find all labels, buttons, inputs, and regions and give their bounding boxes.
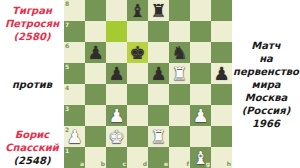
square-c8[interactable] [106,0,127,21]
left-panel: Тигран Петросян (2580) против Борис Спас… [0,0,64,168]
screenshot-stage: Тигран Петросян (2580) против Борис Спас… [0,0,300,168]
square-b7[interactable] [85,21,106,42]
square-h2[interactable] [211,126,232,147]
square-a3[interactable]: 3 [64,105,85,126]
square-d3[interactable] [127,105,148,126]
square-d2[interactable] [127,126,148,147]
black-knight-f6[interactable]: ♞ [171,42,187,63]
square-g8[interactable] [190,0,211,21]
square-h1[interactable]: h [211,147,232,168]
square-b1[interactable]: b [85,147,106,168]
black-king-d6[interactable]: ♚ [129,42,145,63]
white-king-c2[interactable]: ♚ [108,126,124,147]
chess-board[interactable]: 8♝♜76♟♚♞5♟♟♜♟43♟♟2♟♚♜1abcdefg♝h [64,0,232,168]
square-a1[interactable]: 1a [64,147,85,168]
event-line-1: Матч [232,39,300,52]
square-b6[interactable]: ♟ [85,42,106,63]
square-h8[interactable] [211,0,232,21]
rank-label-5: 5 [65,64,69,70]
white-rook-e2[interactable]: ♜ [150,126,166,147]
square-e8[interactable]: ♜ [148,0,169,21]
top-player-name: Тигран Петросян (2580) [0,4,64,43]
file-label-b: b [101,161,105,167]
rank-label-1: 1 [65,148,69,154]
square-d1[interactable]: d [127,147,148,168]
event-line-5: Москва [232,91,300,104]
right-panel: Матч на первенство мира Москва (Россия) … [232,0,300,168]
square-g6[interactable] [190,42,211,63]
rank-label-3: 3 [65,106,69,112]
event-line-3: первенство [232,65,300,78]
file-label-g: g [206,161,210,167]
square-e6[interactable] [148,42,169,63]
square-d8[interactable]: ♝ [127,0,148,21]
bottom-player-rating: (2548) [0,154,64,167]
square-c1[interactable]: c [106,147,127,168]
square-e5[interactable]: ♟ [148,63,169,84]
square-c2[interactable]: ♚ [106,126,127,147]
square-a5[interactable]: 5 [64,63,85,84]
square-h7[interactable] [211,21,232,42]
square-d7[interactable] [127,21,148,42]
square-h6[interactable] [211,42,232,63]
square-c4[interactable] [106,84,127,105]
event-description: Матч на первенство мира Москва (Россия) … [232,39,300,130]
square-f4[interactable] [169,84,190,105]
square-f6[interactable]: ♞ [169,42,190,63]
bottom-player-name-line1: Борис [0,128,64,141]
white-pawn-g3[interactable]: ♟ [192,105,208,126]
square-a7[interactable]: 7 [64,21,85,42]
black-pawn-e5[interactable]: ♟ [150,63,166,84]
square-g7[interactable] [190,21,211,42]
square-f8[interactable] [169,0,190,21]
square-e4[interactable] [148,84,169,105]
square-a8[interactable]: 8 [64,0,85,21]
file-label-a: a [80,161,84,167]
square-a6[interactable]: 6 [64,42,85,63]
square-g4[interactable] [190,84,211,105]
rank-label-7: 7 [65,22,69,28]
square-d6[interactable]: ♚ [127,42,148,63]
square-f3[interactable] [169,105,190,126]
square-c7[interactable] [106,21,127,42]
square-d5[interactable] [127,63,148,84]
black-bishop-d8[interactable]: ♝ [129,0,145,21]
square-h5[interactable]: ♟ [211,63,232,84]
square-d4[interactable] [127,84,148,105]
rank-label-4: 4 [65,85,69,91]
file-label-h: h [227,161,231,167]
event-line-4: мира [232,78,300,91]
square-h3[interactable] [211,105,232,126]
square-f1[interactable]: f [169,147,190,168]
square-b3[interactable] [85,105,106,126]
square-b2[interactable] [85,126,106,147]
black-pawn-h5[interactable]: ♟ [213,63,229,84]
top-player-name-line1: Тигран [0,4,64,17]
square-g2[interactable] [190,126,211,147]
black-pawn-c5[interactable]: ♟ [108,63,124,84]
versus-label: против [0,78,64,91]
square-a4[interactable]: 4 [64,84,85,105]
event-line-7: 1966 [232,117,300,130]
white-pawn-c3[interactable]: ♟ [108,105,124,126]
top-player-rating: (2580) [0,30,64,43]
square-e1[interactable]: e [148,147,169,168]
black-pawn-b6[interactable]: ♟ [87,42,103,63]
event-line-2: на [232,52,300,65]
file-label-d: d [143,161,147,167]
square-e7[interactable] [148,21,169,42]
top-player-name-line2: Петросян [0,17,64,30]
white-rook-f5[interactable]: ♜ [171,63,187,84]
square-b8[interactable] [85,0,106,21]
file-label-c: c [122,161,126,167]
rank-label-8: 8 [65,1,69,7]
rank-label-6: 6 [65,43,69,49]
square-b5[interactable] [85,63,106,84]
event-line-6: (Россия) [232,104,300,117]
black-rook-e8[interactable]: ♜ [150,0,166,21]
file-label-e: e [164,161,168,167]
square-c3[interactable]: ♟ [106,105,127,126]
square-e2[interactable]: ♜ [148,126,169,147]
bottom-player-name: Борис Спасский (2548) [0,128,64,167]
square-f2[interactable] [169,126,190,147]
file-label-f: f [186,161,189,167]
square-g3[interactable]: ♟ [190,105,211,126]
square-a2[interactable]: 2♟ [64,126,85,147]
bottom-player-name-line2: Спасский [0,141,64,154]
rank-label-2: 2 [65,127,69,133]
square-c6[interactable] [106,42,127,63]
square-h4[interactable] [211,84,232,105]
square-b4[interactable] [85,84,106,105]
square-c5[interactable]: ♟ [106,63,127,84]
square-e3[interactable] [148,105,169,126]
square-g1[interactable]: g♝ [190,147,211,168]
square-f7[interactable] [169,21,190,42]
square-f5[interactable]: ♜ [169,63,190,84]
square-g5[interactable] [190,63,211,84]
